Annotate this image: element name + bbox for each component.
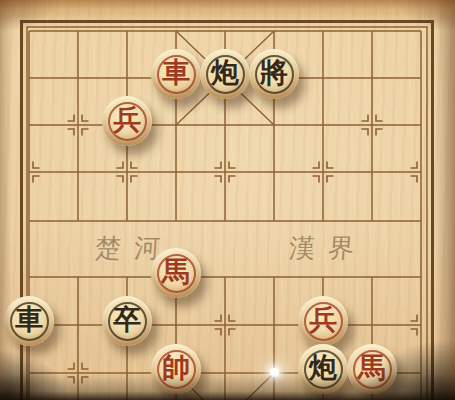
piece-character: 將 — [249, 49, 299, 99]
piece-red-horse[interactable]: 馬 — [347, 344, 397, 394]
piece-character: 馬 — [151, 248, 201, 298]
piece-black-chariot[interactable]: 車 — [4, 296, 54, 346]
move-highlight-dot — [270, 368, 279, 377]
piece-red-horse[interactable]: 馬 — [151, 248, 201, 298]
piece-red-soldier[interactable]: 兵 — [298, 296, 348, 346]
piece-character: 車 — [4, 296, 54, 346]
piece-character: 炮 — [298, 344, 348, 394]
piece-black-cannon[interactable]: 炮 — [200, 49, 250, 99]
piece-red-chariot[interactable]: 車 — [151, 49, 201, 99]
piece-character: 車 — [151, 49, 201, 99]
xiangqi-board-screen: 楚河 漢界 車炮將兵馬車卒兵帥炮馬 — [0, 0, 455, 400]
piece-character: 炮 — [200, 49, 250, 99]
piece-character: 帥 — [151, 344, 201, 394]
piece-black-soldier[interactable]: 卒 — [102, 296, 152, 346]
piece-black-general[interactable]: 將 — [249, 49, 299, 99]
piece-character: 兵 — [298, 296, 348, 346]
piece-red-soldier[interactable]: 兵 — [102, 96, 152, 146]
xiangqi-board[interactable]: 車炮將兵馬車卒兵帥炮馬 — [0, 0, 455, 400]
piece-black-cannon[interactable]: 炮 — [298, 344, 348, 394]
piece-character: 卒 — [102, 296, 152, 346]
piece-character: 兵 — [102, 96, 152, 146]
piece-red-general[interactable]: 帥 — [151, 344, 201, 394]
piece-character: 馬 — [347, 344, 397, 394]
